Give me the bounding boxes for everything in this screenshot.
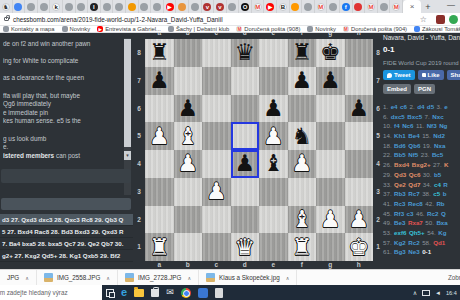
square-c7[interactable] xyxy=(202,67,231,95)
square-d1[interactable]: ♛ xyxy=(231,233,260,261)
comment-line: g us look dumb xyxy=(3,135,123,144)
bookmark-item-3[interactable]: ▶Entrevista a Gabriel... xyxy=(97,26,161,32)
square-e7[interactable] xyxy=(259,67,288,95)
bookmark-label: Šachy | Debatní klub xyxy=(176,26,229,32)
bookmarks-container: Kontakty a mapaNovinky▶Entrevista a Gabr… xyxy=(3,26,460,32)
square-a3[interactable] xyxy=(145,178,174,206)
square-d3[interactable] xyxy=(231,178,260,206)
edge-browser-icon[interactable]: e xyxy=(121,287,127,298)
scrollbar-thumb[interactable] xyxy=(124,39,131,147)
square-g5[interactable] xyxy=(316,122,345,150)
move-token[interactable]: c4 xyxy=(434,181,441,188)
tab-favicon xyxy=(14,3,22,11)
move-token[interactable]: R xyxy=(443,181,447,188)
rank-label-6: 6 xyxy=(133,95,145,123)
move-token[interactable]: c6 xyxy=(400,103,407,110)
system-tray: ∧ ◄ 16:4 xyxy=(413,285,460,300)
tab-favicon xyxy=(354,3,362,11)
browser-tab-26[interactable]: M xyxy=(315,0,328,13)
move-token[interactable]: Rc3 xyxy=(394,200,405,207)
black-king-g8: ♚ xyxy=(320,39,341,66)
move-token[interactable]: Bxd4 xyxy=(394,161,409,168)
tab-favicon xyxy=(77,3,85,11)
white-bishop-f2: ♝ xyxy=(291,206,312,233)
move-token[interactable]: d5 xyxy=(427,103,434,110)
screen: ♞kI▶vvOM▶BMfMM × + — chessbomb.com/arena… xyxy=(0,0,460,300)
move-token[interactable]: Qd1 xyxy=(433,239,445,246)
black-pawn-f7: ♟ xyxy=(291,67,312,94)
variation-line-4[interactable]: g2+ 27. Kxg2 Qd5+ 28. Kg1 Qxb5 29. Bf2 xyxy=(0,250,133,262)
browser-tab-17[interactable]: v xyxy=(202,0,215,13)
bookmark-item-6[interactable]: Novinky xyxy=(307,26,336,32)
pinned-app-icon[interactable] xyxy=(198,288,208,298)
move-number: 11. xyxy=(416,122,424,129)
address-bar[interactable]: chessbomb.com/arena/2019-fide-world-cup/… xyxy=(0,13,460,26)
square-h2[interactable]: ♟ xyxy=(345,206,374,234)
move-token[interactable]: Rb xyxy=(436,200,444,207)
move-number: 46. xyxy=(416,210,425,217)
variation-line-1[interactable]: d3 27. Qxd3 dxc3 28. Qxc3 Rc8 29. Qb3 Q xyxy=(0,214,133,226)
move-token[interactable]: 0-1 xyxy=(422,248,431,255)
bookmark-item-7[interactable]: MDoručená pošta (904) xyxy=(343,26,407,32)
square-h5[interactable] xyxy=(345,122,374,150)
browser-tab-8[interactable]: I xyxy=(88,0,101,13)
move-token[interactable]: Qh5+ xyxy=(409,229,425,236)
close-tab-icon[interactable]: × xyxy=(410,2,415,11)
move-token[interactable]: Rec8 xyxy=(408,200,423,207)
browser-tab-5[interactable]: k xyxy=(50,0,63,13)
globe-icon xyxy=(307,26,313,32)
bookmark-label: Doručená pošta (904) xyxy=(351,26,407,32)
square-f1[interactable]: ♜ xyxy=(288,233,317,261)
square-g4[interactable] xyxy=(316,150,345,178)
black-pawn-b6: ♟ xyxy=(177,95,198,122)
tab-favicon: k xyxy=(52,3,60,11)
file-label-d: d xyxy=(231,33,260,37)
browser-tab-9[interactable] xyxy=(101,0,114,13)
file-labels-top: abcdefgh xyxy=(145,33,373,38)
move-token[interactable]: Bxa xyxy=(436,219,447,226)
square-f5[interactable]: ♞ xyxy=(288,122,317,150)
rank-label-5: 5 xyxy=(133,122,145,150)
browser-tab-16[interactable] xyxy=(189,0,202,13)
square-b3[interactable] xyxy=(174,178,203,206)
microsoft-store-icon[interactable] xyxy=(151,289,159,297)
download-chevron-icon[interactable]: ∧ xyxy=(106,275,110,281)
move-token[interactable]: b xyxy=(443,190,447,197)
square-h1[interactable]: ♚ xyxy=(345,233,374,261)
tab-favicon: ▶ xyxy=(266,3,274,11)
white-pawn-b4: ♟ xyxy=(177,150,198,177)
browser-tab-29[interactable] xyxy=(353,0,366,13)
bookmark-label: Zákousí Tomáše Bi... xyxy=(422,26,460,32)
move-token[interactable]: Nc6 xyxy=(402,122,413,129)
move-token[interactable]: Nxa xyxy=(434,142,445,149)
share-button[interactable]: Share xyxy=(447,70,460,80)
browser-tab-20[interactable]: O xyxy=(239,0,252,13)
square-e8[interactable] xyxy=(259,39,288,67)
rank-label-2: 2 xyxy=(133,206,145,234)
comments-panel: de on f2 and win another pawning for Whi… xyxy=(3,40,123,160)
move-token[interactable]: Bg3 xyxy=(394,248,406,255)
square-e3[interactable] xyxy=(259,178,288,206)
move-token[interactable]: Qe2 xyxy=(394,181,406,188)
browser-tab-4[interactable] xyxy=(38,0,51,13)
browser-tab-18[interactable]: v xyxy=(214,0,227,13)
square-a8[interactable]: ♜ xyxy=(145,39,174,67)
bookmark-star-icon[interactable]: ☆ xyxy=(420,13,427,26)
move-number: 19. xyxy=(423,142,432,149)
minimize-window-button[interactable]: — xyxy=(444,0,458,11)
move-token[interactable]: b5 xyxy=(434,171,441,178)
square-h8[interactable] xyxy=(345,39,374,67)
file-label-d: d xyxy=(231,261,260,269)
like-button[interactable]: Like xyxy=(418,70,444,80)
file-explorer-icon[interactable] xyxy=(134,289,144,297)
browser-tab-25[interactable] xyxy=(302,0,315,13)
square-d5[interactable] xyxy=(231,122,260,150)
move-token[interactable]: Ne3 xyxy=(408,248,419,255)
move-line-14: 53.exf6Qh5+54.Kg xyxy=(383,228,460,238)
comment-line: de on f2 and win another pawn xyxy=(3,40,123,49)
browser-tab-32[interactable]: M xyxy=(390,0,403,13)
scrollbar-down-arrow-icon[interactable]: ▾ xyxy=(124,151,131,160)
browser-tab-24[interactable] xyxy=(290,0,303,13)
move-token[interactable]: Be4 xyxy=(408,132,419,139)
bookmark-item-2[interactable]: Novinky xyxy=(62,26,91,32)
move-number: 49. xyxy=(383,219,392,226)
browser-tab-23[interactable]: B xyxy=(277,0,290,13)
rank-labels-left: 87654321 xyxy=(133,39,145,261)
move-token[interactable]: Qd7 xyxy=(408,181,420,188)
browser-tab-7[interactable] xyxy=(76,0,89,13)
move-token[interactable]: Rc2 xyxy=(408,239,419,246)
move-token[interactable]: Nxc xyxy=(432,113,443,120)
square-h4[interactable] xyxy=(345,150,374,178)
notes-app-icon[interactable] xyxy=(215,288,223,298)
rank-label-1: 1 xyxy=(373,233,383,261)
square-f7[interactable]: ♟ xyxy=(288,67,317,95)
square-d2[interactable] xyxy=(231,206,260,234)
extension-icon[interactable] xyxy=(436,15,445,24)
tab-favicon xyxy=(115,3,123,11)
square-e5[interactable]: ♟ xyxy=(259,122,288,150)
square-f4[interactable]: ♟ xyxy=(288,150,317,178)
square-c6[interactable] xyxy=(202,95,231,123)
square-f8[interactable]: ♜ xyxy=(288,39,317,67)
tab-favicon xyxy=(329,3,337,11)
tab-favicon: M xyxy=(254,3,262,11)
square-d4[interactable]: ♟ xyxy=(231,150,260,178)
move-token[interactable]: c3 xyxy=(407,210,414,217)
move-token[interactable]: f4 xyxy=(394,122,400,129)
square-b1[interactable] xyxy=(174,233,203,261)
white-pawn-c3: ♟ xyxy=(206,178,227,205)
move-token[interactable]: Rxa7 xyxy=(408,219,423,226)
move-token[interactable]: Nd2 xyxy=(433,132,445,139)
square-a4[interactable] xyxy=(145,150,174,178)
move-token[interactable]: exf6 xyxy=(394,229,406,236)
move-number: 3. xyxy=(437,103,442,110)
square-b8[interactable] xyxy=(174,39,203,67)
rank-label-6: 6 xyxy=(373,95,383,123)
image-file-icon xyxy=(44,273,53,282)
white-pawn-f4: ♟ xyxy=(291,150,312,177)
browser-tab-13[interactable] xyxy=(151,0,164,13)
tab-favicon: B xyxy=(279,3,287,11)
square-g6[interactable] xyxy=(316,95,345,123)
chrome-icon[interactable] xyxy=(181,288,191,298)
move-token[interactable]: Kh1 xyxy=(394,132,406,139)
square-d8[interactable]: ♛ xyxy=(231,39,260,67)
move-token[interactable]: d4 xyxy=(417,103,424,110)
comment-line xyxy=(3,83,123,92)
square-e2[interactable] xyxy=(259,206,288,234)
game-info-panel: Navara, David - Yuffa, Daniil 0-1 FIDE W… xyxy=(383,33,460,269)
browser-tab-15[interactable] xyxy=(176,0,189,13)
square-g7[interactable]: ♟ xyxy=(316,67,345,95)
extension-icon-2[interactable] xyxy=(449,15,458,24)
file-label-c: c xyxy=(202,261,231,269)
tab-favicon: v xyxy=(203,3,211,11)
black-knight-f5: ♞ xyxy=(291,123,312,150)
globe-icon xyxy=(3,26,9,32)
tab-favicon xyxy=(128,3,136,11)
page-content: de on f2 and win another pawning for Whi… xyxy=(0,33,460,269)
move-token[interactable]: Rc7 xyxy=(408,190,419,197)
download-item-4[interactable]: Klaus a Skopeček.jpg∧ xyxy=(199,270,297,286)
move-token[interactable]: Bd6 xyxy=(394,142,406,149)
browser-tab-22[interactable]: ▶ xyxy=(264,0,277,13)
move-token[interactable]: Q xyxy=(441,210,446,217)
downloads-bar: JPG∧IMG_2558.JPG∧IMG_2728.JPG∧Klaus a Sk… xyxy=(0,269,460,285)
move-number: 23. xyxy=(421,151,430,158)
tweet-button[interactable]: Tweet xyxy=(383,70,415,80)
square-a6[interactable] xyxy=(145,95,174,123)
browser-tab-14[interactable]: ▶ xyxy=(164,0,177,13)
browser-tab-2[interactable] xyxy=(13,0,26,13)
variation-line-2[interactable]: 5 27. Bxd4 Rac8 28. Bd3 Bxd3 29. Qxd3 R xyxy=(0,226,133,238)
square-g3[interactable] xyxy=(316,178,345,206)
url-text[interactable]: chessbomb.com/arena/2019-fide-world-cup/… xyxy=(13,13,223,26)
taskbar-search-box[interactable]: Sem zadejte hledaný výraz xyxy=(0,285,102,300)
square-c4[interactable] xyxy=(202,150,231,178)
square-f2[interactable]: ♝ xyxy=(288,206,317,234)
move-line-9: 33.Qe2Qd734.c4R xyxy=(383,180,460,190)
move-token[interactable]: K xyxy=(444,161,448,168)
square-a7[interactable]: ♟ xyxy=(145,67,174,95)
square-h3[interactable] xyxy=(345,178,374,206)
file-label-e: e xyxy=(259,33,288,37)
show-all-downloads-link[interactable]: Zobrazit vše xyxy=(448,274,460,281)
square-d6[interactable] xyxy=(231,95,260,123)
move-number: 18. xyxy=(383,142,392,149)
browser-tab-21[interactable]: M xyxy=(252,0,265,13)
square-a5[interactable]: ♟ xyxy=(145,122,174,150)
square-c2[interactable] xyxy=(202,206,231,234)
export-buttons-row: Embed PGN xyxy=(383,84,435,94)
pgn-button[interactable]: PGN xyxy=(414,84,435,94)
move-token[interactable]: Rb3 xyxy=(394,190,406,197)
square-b2[interactable] xyxy=(174,206,203,234)
move-token[interactable]: c5 xyxy=(433,190,440,197)
move-token[interactable]: Bc5 xyxy=(432,151,443,158)
square-g1[interactable] xyxy=(316,233,345,261)
move-token[interactable]: Rf3 xyxy=(394,210,404,217)
download-item-1[interactable]: JPG∧ xyxy=(0,270,37,286)
browser-tab-1[interactable]: ♞ xyxy=(0,0,13,13)
browser-tab-30[interactable]: M xyxy=(365,0,378,13)
tab-favicon: f xyxy=(342,3,350,11)
tab-favicon xyxy=(304,3,312,11)
tab-favicon xyxy=(291,3,299,11)
panel-section-bar[interactable] xyxy=(1,198,131,210)
move-token[interactable]: Qc6 xyxy=(409,171,421,178)
game-title: Navara, David - Yuffa, Daniil xyxy=(383,34,460,41)
square-f6[interactable] xyxy=(288,95,317,123)
square-c5[interactable] xyxy=(202,122,231,150)
download-filename: Klaus a Skopeček.jpg xyxy=(219,274,280,281)
bookmark-label: Novinky xyxy=(70,26,91,32)
move-number: 38. xyxy=(422,190,431,197)
move-line-15: 57.Kg2Rc258.Qd1 xyxy=(383,238,460,248)
bookmark-item-5[interactable]: MDoručená pošta (908) xyxy=(236,26,300,32)
task-view-icon[interactable] xyxy=(106,289,114,297)
file-label-b: b xyxy=(174,261,203,269)
square-b4[interactable]: ♟ xyxy=(174,150,203,178)
black-pawn-e6: ♟ xyxy=(263,95,284,122)
browser-tab-27[interactable] xyxy=(327,0,340,13)
tab-favicon: M xyxy=(317,3,325,11)
move-token[interactable]: Bxg2+ xyxy=(412,161,431,168)
move-token[interactable]: Rc2 xyxy=(427,210,438,217)
black-rook-a8: ♜ xyxy=(149,39,170,66)
download-item-2[interactable]: IMG_2558.JPG∧ xyxy=(37,270,118,286)
browser-tab-12[interactable] xyxy=(139,0,152,13)
white-queen-d1: ♛ xyxy=(234,234,255,261)
tab-favicon xyxy=(178,3,186,11)
browser-tab-31[interactable] xyxy=(378,0,391,13)
white-pawn-g2: ♟ xyxy=(320,206,341,233)
move-token[interactable]: e xyxy=(444,103,447,110)
file-label-c: c xyxy=(202,33,231,37)
square-c8[interactable] xyxy=(202,39,231,67)
tab-favicon xyxy=(40,3,48,11)
move-number: 34. xyxy=(423,181,432,188)
move-token[interactable]: Bb5 xyxy=(394,151,406,158)
white-rook-a1: ♜ xyxy=(149,234,170,261)
browser-tab-6[interactable] xyxy=(63,0,76,13)
move-number: 41. xyxy=(383,200,392,207)
globe-icon xyxy=(168,26,174,32)
move-number: 37. xyxy=(383,190,392,197)
move-token[interactable]: Kg2 xyxy=(394,239,406,246)
file-label-f: f xyxy=(288,33,317,37)
new-tab-button[interactable]: + xyxy=(421,0,435,13)
active-tab[interactable]: × xyxy=(403,0,421,13)
volume-icon[interactable]: ◄ xyxy=(435,290,441,296)
tray-chevron-up-icon[interactable]: ∧ xyxy=(413,289,417,296)
browser-tab-3[interactable] xyxy=(25,0,38,13)
move-token[interactable]: Nf5 xyxy=(408,151,418,158)
tab-favicon: M xyxy=(367,3,375,11)
comment-line: ffa will play that, but maybe xyxy=(3,92,123,101)
square-d7[interactable] xyxy=(231,67,260,95)
move-token[interactable]: e4 xyxy=(391,103,398,110)
download-chevron-icon[interactable]: ∧ xyxy=(187,275,191,281)
white-pawn-a5: ♟ xyxy=(149,123,170,150)
move-token[interactable]: dxc5 xyxy=(391,113,405,120)
browser-tab-11[interactable] xyxy=(126,0,139,13)
chat-input-bar[interactable] xyxy=(1,169,131,183)
black-bishop-e4: ♝ xyxy=(263,150,284,177)
square-e4[interactable]: ♝ xyxy=(259,150,288,178)
square-g2[interactable]: ♟ xyxy=(316,206,345,234)
move-token[interactable]: Be3 xyxy=(394,219,405,226)
move-line-8: 29.Qd3Qc630.b5 xyxy=(383,170,460,180)
move-token[interactable]: Kg xyxy=(438,229,446,236)
square-c3[interactable]: ♟ xyxy=(202,178,231,206)
square-c1[interactable] xyxy=(202,233,231,261)
square-h7[interactable] xyxy=(345,67,374,95)
variation-line-3[interactable]: 7. Ba4 bxa5 28. bxa5 Qc7 29. Qe2 Qb7 30. xyxy=(0,238,133,250)
move-token[interactable]: Ng xyxy=(439,122,447,129)
game-result: 0-1 xyxy=(383,45,395,54)
square-g8[interactable]: ♚ xyxy=(316,39,345,67)
square-f3[interactable] xyxy=(288,178,317,206)
embed-button[interactable]: Embed xyxy=(383,84,411,94)
square-b6[interactable]: ♟ xyxy=(174,95,203,123)
black-pawn-d4: ♟ xyxy=(234,150,255,177)
browser-tab-28[interactable]: f xyxy=(340,0,353,13)
move-token[interactable]: Qb6 xyxy=(408,142,420,149)
tab-favicon: ▶ xyxy=(166,3,174,11)
browser-tab-10[interactable] xyxy=(113,0,126,13)
browser-tab-19[interactable] xyxy=(227,0,240,13)
square-e1[interactable] xyxy=(259,233,288,261)
move-token[interactable]: Bxc5 xyxy=(407,113,422,120)
search-placeholder: Sem zadejte hledaný výraz xyxy=(0,285,102,300)
square-a1[interactable]: ♜ xyxy=(145,233,174,261)
move-token[interactable]: Qd3 xyxy=(394,171,406,178)
square-b5[interactable]: ♝ xyxy=(174,122,203,150)
download-chevron-icon[interactable]: ∧ xyxy=(25,275,29,281)
bookmark-label: Kontakty a mapa xyxy=(11,26,55,32)
windows-taskbar: Sem zadejte hledaný výraz e ✉ ∧ ◄ 16:4 xyxy=(0,285,460,300)
bookmark-label: Doručená pošta (908) xyxy=(244,26,300,32)
bookmark-item-4[interactable]: Šachy | Debatní klub xyxy=(168,26,229,32)
bookmark-item-8[interactable]: Zákousí Tomáše Bi... xyxy=(414,26,460,32)
move-number: 50. xyxy=(425,219,434,226)
square-b7[interactable] xyxy=(174,67,203,95)
download-chevron-icon[interactable]: ∧ xyxy=(286,275,290,281)
move-line-7: 26.Bxd4Bxg2+27.K xyxy=(383,160,460,170)
chrome-icon xyxy=(414,26,420,32)
network-icon[interactable] xyxy=(422,290,430,296)
square-h6[interactable]: ♟ xyxy=(345,95,374,123)
move-token[interactable]: Nf3 xyxy=(427,122,437,129)
rank-label-8: 8 xyxy=(133,39,145,67)
move-number: 54. xyxy=(427,229,436,236)
download-item-3[interactable]: IMG_2728.JPG∧ xyxy=(118,270,199,286)
square-a2[interactable] xyxy=(145,206,174,234)
mail-icon[interactable]: ✉ xyxy=(166,288,174,297)
white-king-h1: ♚ xyxy=(348,234,369,261)
move-line-11: 41.Rc3Rec842.Rb xyxy=(383,199,460,209)
square-e6[interactable]: ♟ xyxy=(259,95,288,123)
bookmark-item-1[interactable]: Kontakty a mapa xyxy=(3,26,55,32)
file-label-g: g xyxy=(316,33,345,37)
